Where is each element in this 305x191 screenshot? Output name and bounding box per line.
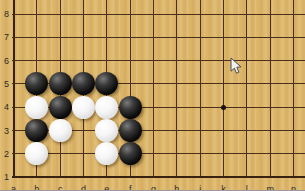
- go-board[interactable]: 87654321abcdefghjklmn: [0, 0, 305, 190]
- white-stone-d4: [72, 96, 95, 119]
- white-stone-c3: [49, 119, 72, 142]
- grid-line-j: [200, 0, 201, 178]
- grid-line-2: [12, 153, 305, 154]
- row-label-7: 7: [0, 31, 9, 43]
- row-label-1: 1: [0, 171, 9, 183]
- black-stone-c4: [49, 96, 72, 119]
- column-label-b: b: [29, 184, 44, 191]
- star-point-k4: [221, 105, 226, 110]
- row-label-3: 3: [0, 125, 9, 137]
- mouse-cursor-icon: [230, 57, 242, 75]
- column-label-h: h: [169, 184, 184, 191]
- row-label-8: 8: [0, 8, 9, 20]
- row-label-2: 2: [0, 148, 9, 160]
- white-stone-e3: [95, 119, 118, 142]
- row-label-4: 4: [0, 101, 9, 113]
- white-stone-b2: [25, 142, 48, 165]
- grid-line-g: [153, 0, 154, 178]
- column-label-l: l: [239, 184, 254, 191]
- grid-line-m: [270, 0, 271, 178]
- grid-line-n: [293, 0, 294, 178]
- column-label-n: n: [286, 184, 301, 191]
- black-stone-d5: [72, 72, 95, 95]
- black-stone-f2: [119, 142, 142, 165]
- grid-line-h: [176, 0, 177, 178]
- column-label-c: c: [53, 184, 68, 191]
- black-stone-e5: [95, 72, 118, 95]
- column-label-k: k: [216, 184, 231, 191]
- black-stone-b5: [25, 72, 48, 95]
- row-label-5: 5: [0, 78, 9, 90]
- column-label-a: a: [6, 184, 21, 191]
- black-stone-b3: [25, 119, 48, 142]
- grid-line-l: [246, 0, 247, 178]
- white-stone-e4: [95, 96, 118, 119]
- white-stone-b4: [25, 96, 48, 119]
- column-label-m: m: [263, 184, 278, 191]
- grid-line-a: [13, 0, 15, 178]
- grid-line-8: [12, 14, 305, 15]
- column-label-f: f: [123, 184, 138, 191]
- grid-line-6: [12, 60, 305, 61]
- column-label-j: j: [193, 184, 208, 191]
- white-stone-e2: [95, 142, 118, 165]
- column-label-g: g: [146, 184, 161, 191]
- grid-line-1: [12, 176, 305, 178]
- black-stone-c5: [49, 72, 72, 95]
- column-label-d: d: [76, 184, 91, 191]
- column-label-e: e: [99, 184, 114, 191]
- grid-line-k: [223, 0, 224, 178]
- row-label-6: 6: [0, 55, 9, 67]
- black-stone-f4: [119, 96, 142, 119]
- grid-line-7: [12, 37, 305, 38]
- black-stone-f3: [119, 119, 142, 142]
